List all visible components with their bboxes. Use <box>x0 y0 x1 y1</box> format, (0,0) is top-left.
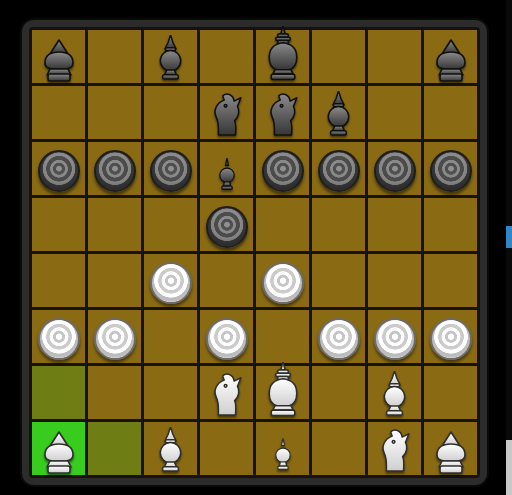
makruk-board <box>22 20 487 485</box>
scrollbar-thumb[interactable] <box>506 226 512 248</box>
white-khon-bishop <box>152 426 189 474</box>
square-a8[interactable] <box>32 30 85 83</box>
square-b3[interactable] <box>88 310 141 363</box>
square-e6[interactable] <box>256 142 309 195</box>
square-h5[interactable] <box>424 198 477 251</box>
square-b8[interactable] <box>88 30 141 83</box>
square-c7[interactable] <box>144 86 197 139</box>
square-c2[interactable] <box>144 366 197 419</box>
square-g2[interactable] <box>368 366 421 419</box>
black-bia-pawn <box>374 150 416 192</box>
square-a1[interactable] <box>32 422 85 475</box>
board-grid <box>29 27 480 478</box>
black-ruea-rook <box>34 38 84 82</box>
black-met-queen <box>212 155 242 194</box>
square-h8[interactable] <box>424 30 477 83</box>
square-d8[interactable] <box>200 30 253 83</box>
square-a2[interactable] <box>32 366 85 419</box>
square-e2[interactable] <box>256 366 309 419</box>
square-g4[interactable] <box>368 254 421 307</box>
square-b5[interactable] <box>88 198 141 251</box>
black-khon-bishop <box>320 90 357 138</box>
white-bia-pawn <box>430 318 472 360</box>
square-f3[interactable] <box>312 310 365 363</box>
black-bia-pawn <box>262 150 304 192</box>
square-c4[interactable] <box>144 254 197 307</box>
square-b7[interactable] <box>88 86 141 139</box>
black-bia-pawn <box>150 150 192 192</box>
square-f7[interactable] <box>312 86 365 139</box>
square-c1[interactable] <box>144 422 197 475</box>
square-f6[interactable] <box>312 142 365 195</box>
white-met-queen <box>268 435 298 474</box>
square-e1[interactable] <box>256 422 309 475</box>
square-g5[interactable] <box>368 198 421 251</box>
square-f5[interactable] <box>312 198 365 251</box>
square-a4[interactable] <box>32 254 85 307</box>
square-g3[interactable] <box>368 310 421 363</box>
white-bia-pawn <box>374 318 416 360</box>
square-c8[interactable] <box>144 30 197 83</box>
square-e3[interactable] <box>256 310 309 363</box>
square-d1[interactable] <box>200 422 253 475</box>
scrollbar-corner <box>506 440 512 495</box>
square-d6[interactable] <box>200 142 253 195</box>
square-c6[interactable] <box>144 142 197 195</box>
square-a6[interactable] <box>32 142 85 195</box>
white-ruea-rook <box>34 430 84 474</box>
black-khon-bishop <box>152 34 189 82</box>
black-ruea-rook <box>426 38 476 82</box>
black-bia-pawn <box>38 150 80 192</box>
white-bia-pawn <box>38 318 80 360</box>
white-ma-knight <box>374 424 416 474</box>
square-b6[interactable] <box>88 142 141 195</box>
square-a5[interactable] <box>32 198 85 251</box>
square-h1[interactable] <box>424 422 477 475</box>
square-h2[interactable] <box>424 366 477 419</box>
square-d2[interactable] <box>200 366 253 419</box>
square-g1[interactable] <box>368 422 421 475</box>
square-g7[interactable] <box>368 86 421 139</box>
square-e5[interactable] <box>256 198 309 251</box>
square-b4[interactable] <box>88 254 141 307</box>
square-c3[interactable] <box>144 310 197 363</box>
black-bia-pawn <box>206 206 248 248</box>
square-d5[interactable] <box>200 198 253 251</box>
white-bia-pawn <box>262 262 304 304</box>
white-khun-king <box>263 362 303 419</box>
white-bia-pawn <box>94 318 136 360</box>
black-ma-knight <box>206 88 248 138</box>
square-f4[interactable] <box>312 254 365 307</box>
square-e8[interactable] <box>256 30 309 83</box>
black-bia-pawn <box>318 150 360 192</box>
square-g6[interactable] <box>368 142 421 195</box>
white-bia-pawn <box>150 262 192 304</box>
square-d3[interactable] <box>200 310 253 363</box>
black-ma-knight <box>262 88 304 138</box>
square-a7[interactable] <box>32 86 85 139</box>
black-khun-king <box>263 26 303 83</box>
square-f1[interactable] <box>312 422 365 475</box>
square-h4[interactable] <box>424 254 477 307</box>
square-h6[interactable] <box>424 142 477 195</box>
square-c5[interactable] <box>144 198 197 251</box>
square-f8[interactable] <box>312 30 365 83</box>
square-a3[interactable] <box>32 310 85 363</box>
white-ma-knight <box>206 368 248 418</box>
white-bia-pawn <box>318 318 360 360</box>
square-f2[interactable] <box>312 366 365 419</box>
square-e4[interactable] <box>256 254 309 307</box>
square-d7[interactable] <box>200 86 253 139</box>
square-h3[interactable] <box>424 310 477 363</box>
square-g8[interactable] <box>368 30 421 83</box>
square-b2[interactable] <box>88 366 141 419</box>
square-h7[interactable] <box>424 86 477 139</box>
square-d4[interactable] <box>200 254 253 307</box>
square-e7[interactable] <box>256 86 309 139</box>
square-b1[interactable] <box>88 422 141 475</box>
white-bia-pawn <box>206 318 248 360</box>
white-khon-bishop <box>376 370 413 418</box>
black-bia-pawn <box>430 150 472 192</box>
white-ruea-rook <box>426 430 476 474</box>
black-bia-pawn <box>94 150 136 192</box>
